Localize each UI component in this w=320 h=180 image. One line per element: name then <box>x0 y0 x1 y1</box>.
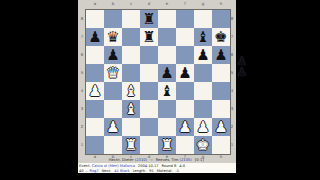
white-p-piece-h2: ♟ <box>214 118 227 136</box>
white-b-piece-c3: ♝ <box>124 100 137 118</box>
square-a3 <box>86 100 104 118</box>
file-label-e: e <box>161 2 173 6</box>
square-g4 <box>194 82 212 100</box>
square-d1 <box>140 136 158 154</box>
square-b4 <box>104 82 122 100</box>
square-a4: ♟ <box>86 82 104 100</box>
square-d5 <box>140 64 158 82</box>
captured-black-pawn-icon: ♟ <box>236 67 248 78</box>
square-f7 <box>176 28 194 46</box>
square-g2: ♟ <box>194 118 212 136</box>
square-e2 <box>158 118 176 136</box>
square-a8 <box>86 10 104 28</box>
square-g7: ♝ <box>194 28 212 46</box>
length-label: Length: <box>131 168 148 172</box>
square-h8 <box>212 10 230 28</box>
game-info-box: Event: Calvia ol (Men) Mallorca 2004.10.… <box>78 163 236 173</box>
move-status-line: 40 … Rxg7 Next: 41 Black Length: 91 Mate… <box>78 168 236 173</box>
rank-label-3: 3 <box>80 103 84 115</box>
event-label: Event: <box>79 163 91 167</box>
event-round: Round 8 <box>161 163 176 167</box>
square-e6 <box>158 46 176 64</box>
square-b3 <box>104 100 122 118</box>
white-r-piece-e1: ♜ <box>160 136 173 154</box>
square-a7: ♟ <box>86 28 104 46</box>
file-label-c: c <box>125 2 137 6</box>
rank-label-2: 2 <box>80 121 84 133</box>
rank-label-6: 6 <box>80 49 84 61</box>
black-b-piece-e4: ♝ <box>160 82 173 100</box>
square-h7: ♚ <box>212 28 230 46</box>
square-a5 <box>86 64 104 82</box>
square-c6 <box>122 46 140 64</box>
square-c4: ♝ <box>122 82 140 100</box>
event-name: Calvia ol (Men) Mallorca <box>92 163 135 167</box>
square-h5 <box>212 64 230 82</box>
square-g1: ♚ <box>194 136 212 154</box>
square-h1 <box>212 136 230 154</box>
square-b7: ♛ <box>104 28 122 46</box>
black-p-piece-h6: ♟ <box>214 46 227 64</box>
rank-labels-right: 87654321 <box>229 10 235 154</box>
last-move: … Rxg7 <box>85 168 99 172</box>
square-b1 <box>104 136 122 154</box>
file-label-a: a <box>89 2 101 6</box>
square-g6: ♟ <box>194 46 212 64</box>
square-e1: ♜ <box>158 136 176 154</box>
black-b-piece-g7: ♝ <box>196 28 209 46</box>
rank-label-7: 7 <box>230 31 234 43</box>
black-k-piece-h7: ♚ <box>214 28 227 46</box>
square-h3 <box>212 100 230 118</box>
file-label-d: d <box>143 2 155 6</box>
square-f4 <box>176 82 194 100</box>
rank-label-7: 7 <box>80 31 84 43</box>
square-f1 <box>176 136 194 154</box>
chess-board: ♜♟♛♜♝♚♟♟♟♛♟♟♟♝♝♝♟♟♟♟♜♜♚ <box>86 10 230 154</box>
black-p-piece-g6: ♟ <box>196 46 209 64</box>
file-label-h: h <box>215 2 227 6</box>
square-h2: ♟ <box>212 118 230 136</box>
event-score: 4:0 <box>177 163 186 167</box>
square-c5 <box>122 64 140 82</box>
square-d8: ♜ <box>140 10 158 28</box>
square-h4 <box>212 82 230 100</box>
square-a1 <box>86 136 104 154</box>
square-f5: ♟ <box>176 64 194 82</box>
video-frame: abcdefgh ♜♟♛♜♝♚♟♟♟♛♟♟♟♝♝♝♟♟♟♟♜♜♚ 8765432… <box>0 0 320 180</box>
rank-labels-left: 87654321 <box>79 10 85 154</box>
move-number: 40 <box>79 168 84 172</box>
square-c1: ♜ <box>122 136 140 154</box>
square-a6 <box>86 46 104 64</box>
square-d6 <box>140 46 158 64</box>
black-q-piece-b7: ♛ <box>106 28 119 46</box>
rank-label-3: 3 <box>230 103 234 115</box>
chess-analysis-panel: abcdefgh ♜♟♛♜♝♚♟♟♟♛♟♟♟♝♝♝♟♟♟♟♜♜♚ 8765432… <box>78 0 236 173</box>
square-g3 <box>194 100 212 118</box>
square-e8 <box>158 10 176 28</box>
event-date: 2004.10.17 <box>136 163 160 167</box>
file-label-f: f <box>179 2 191 6</box>
file-label-b: b <box>107 2 119 6</box>
square-c7 <box>122 28 140 46</box>
length-value: 91 <box>149 168 154 172</box>
square-d2 <box>140 118 158 136</box>
white-player-rating: (2310) <box>134 157 146 161</box>
square-g5 <box>194 64 212 82</box>
square-e3 <box>158 100 176 118</box>
black-player-name: Reeves, Tim <box>155 157 178 161</box>
square-a2 <box>86 118 104 136</box>
captured-material-tray: ♟♟ <box>236 56 248 78</box>
rank-label-2: 2 <box>230 121 234 133</box>
square-d4 <box>140 82 158 100</box>
square-d3 <box>140 100 158 118</box>
square-g8 <box>194 10 212 28</box>
white-q-piece-b5: ♛ <box>106 64 119 82</box>
white-p-piece-g2: ♟ <box>196 118 209 136</box>
white-p-piece-b2: ♟ <box>106 118 119 136</box>
material-label: Material: <box>155 168 174 172</box>
white-b-piece-c4: ♝ <box>124 82 137 100</box>
rank-label-5: 5 <box>80 67 84 79</box>
square-b8 <box>104 10 122 28</box>
square-f8 <box>176 10 194 28</box>
square-h6: ♟ <box>212 46 230 64</box>
black-p-piece-a7: ♟ <box>88 28 101 46</box>
square-f2: ♟ <box>176 118 194 136</box>
material-value: -1 <box>176 168 180 172</box>
white-player-name: Hecht, Dieter <box>109 157 134 161</box>
file-label-g: g <box>197 2 209 6</box>
game-result: [0-1] <box>193 157 206 161</box>
rank-label-4: 4 <box>80 85 84 97</box>
white-k-piece-g1: ♚ <box>196 136 209 154</box>
white-p-piece-a4: ♟ <box>88 82 101 100</box>
square-e4: ♝ <box>158 82 176 100</box>
rank-label-8: 8 <box>230 13 234 25</box>
black-p-piece-e5: ♟ <box>160 64 173 82</box>
white-p-piece-f2: ♟ <box>178 118 191 136</box>
square-c2 <box>122 118 140 136</box>
rank-label-4: 4 <box>230 85 234 97</box>
rank-label-8: 8 <box>80 13 84 25</box>
rank-label-1: 1 <box>230 139 234 151</box>
black-player-rating: (2105) <box>179 157 191 161</box>
white-r-piece-c1: ♜ <box>124 136 137 154</box>
next-label: Next: <box>100 168 113 172</box>
players-separator: — <box>148 157 154 161</box>
square-b6: ♟ <box>104 46 122 64</box>
square-b5: ♛ <box>104 64 122 82</box>
rank-label-6: 6 <box>230 49 234 61</box>
square-f6 <box>176 46 194 64</box>
square-e5: ♟ <box>158 64 176 82</box>
next-to-move: 41 Black <box>114 168 129 172</box>
square-b2: ♟ <box>104 118 122 136</box>
square-f3 <box>176 100 194 118</box>
black-r-piece-d8: ♜ <box>142 10 155 28</box>
rank-label-1: 1 <box>80 139 84 151</box>
square-c8 <box>122 10 140 28</box>
square-d7: ♜ <box>140 28 158 46</box>
black-r-piece-d7: ♜ <box>142 28 155 46</box>
black-p-piece-f5: ♟ <box>178 64 191 82</box>
square-c3: ♝ <box>122 100 140 118</box>
file-labels-top: abcdefgh <box>86 2 230 8</box>
square-e7 <box>158 28 176 46</box>
rank-label-5: 5 <box>230 67 234 79</box>
black-p-piece-b6: ♟ <box>106 46 119 64</box>
